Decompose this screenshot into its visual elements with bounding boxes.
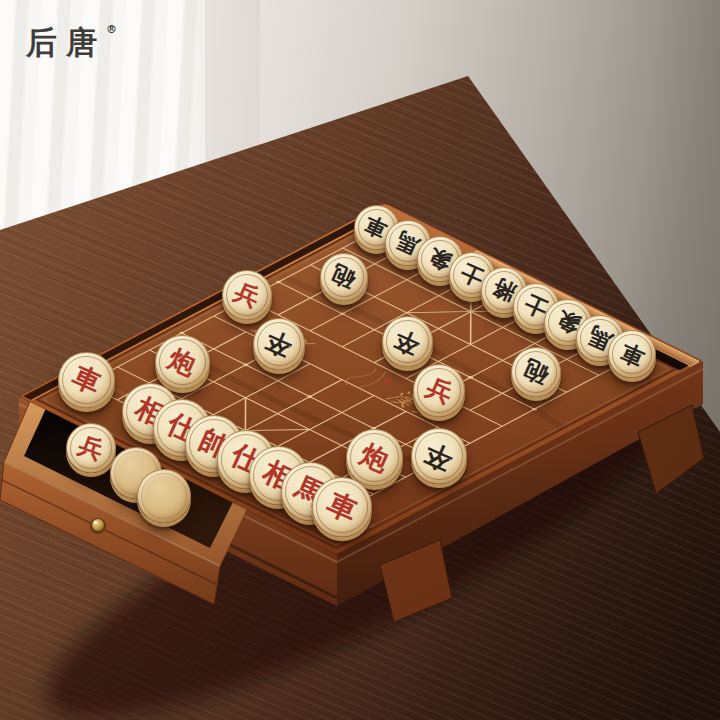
piece-black-卒: 卒 <box>253 318 305 370</box>
piece-red-兵: 兵 <box>66 423 116 473</box>
piece-red-炮: 炮 <box>155 335 209 389</box>
piece-red-兵: 兵 <box>222 270 272 320</box>
piece-character: 兵 <box>76 433 107 464</box>
piece-character: 砲 <box>520 356 552 388</box>
drawer-piece-blank <box>137 469 191 523</box>
piece-red-車: 車 <box>312 477 372 537</box>
piece-character: 炮 <box>357 439 393 475</box>
piece-character: 炮 <box>165 345 200 380</box>
piece-character: 兵 <box>231 279 263 311</box>
brand-logo: 后唐® <box>26 22 117 64</box>
piece-character: 車 <box>68 362 104 398</box>
pieces-layer: 車馬象士將士象馬車砲砲卒卒卒兵兵炮炮車相仕帥仕相馬車兵 <box>0 0 720 720</box>
piece-character: 卒 <box>391 326 423 358</box>
product-photo-scene: 楚河 漢界 車馬象士將士象馬車砲砲卒卒卒兵兵炮炮車相仕帥仕相馬車兵 后唐® <box>0 0 720 720</box>
piece-red-炮: 炮 <box>346 429 403 486</box>
brand-logo-text: 后唐 <box>26 24 106 60</box>
piece-red-車: 車 <box>58 352 115 409</box>
piece-black-砲: 砲 <box>320 253 368 301</box>
piece-black-卒: 卒 <box>411 428 467 484</box>
piece-character: 砲 <box>328 262 358 292</box>
piece-character: 卒 <box>262 327 295 360</box>
piece-character: 車 <box>323 488 361 526</box>
piece-character: 兵 <box>423 374 456 407</box>
piece-black-卒: 卒 <box>382 316 432 366</box>
registered-mark: ® <box>106 23 117 36</box>
piece-black-砲: 砲 <box>511 347 561 397</box>
piece-character: 卒 <box>421 438 456 473</box>
piece-red-兵: 兵 <box>413 364 465 416</box>
piece-black-車: 車 <box>608 330 656 378</box>
piece-character: 車 <box>617 339 647 369</box>
